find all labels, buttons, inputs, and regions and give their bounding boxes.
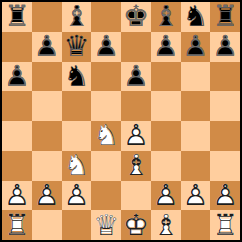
square-f2[interactable]: ♟♙ xyxy=(151,181,181,211)
square-b7[interactable]: ♟♙ xyxy=(32,32,62,62)
white-bishop-piece[interactable]: ♝♗ xyxy=(123,151,149,180)
square-d2[interactable] xyxy=(91,181,121,211)
white-pawn-piece[interactable]: ♟♙ xyxy=(34,181,60,210)
square-b1[interactable] xyxy=(32,210,62,240)
black-pawn-icon-detail: ♙ xyxy=(34,29,60,63)
square-a3[interactable] xyxy=(2,151,32,181)
square-e8[interactable]: ♚♔ xyxy=(121,2,151,32)
square-g5[interactable] xyxy=(181,91,211,121)
square-c3[interactable]: ♞♘ xyxy=(62,151,92,181)
square-b3[interactable] xyxy=(32,151,62,181)
black-pawn-icon-detail: ♙ xyxy=(4,59,30,93)
square-e7[interactable] xyxy=(121,32,151,62)
black-knight-icon-detail: ♘ xyxy=(63,59,89,93)
white-rook-piece[interactable]: ♜♖ xyxy=(212,211,238,240)
white-knight-piece[interactable]: ♞♘ xyxy=(63,151,89,180)
square-e6[interactable]: ♟♙ xyxy=(121,62,151,92)
chess-board-frame: ♜♖♝♗♚♔♝♗♞♘♜♖♟♙♛♕♟♙♟♙♟♙♟♙♟♙♞♘♟♙♞♘♟♙♞♘♝♗♟♙… xyxy=(0,0,242,242)
black-king-piece[interactable]: ♚♔ xyxy=(123,2,149,31)
chess-board: ♜♖♝♗♚♔♝♗♞♘♜♖♟♙♛♕♟♙♟♙♟♙♟♙♟♙♞♘♟♙♞♘♟♙♞♘♝♗♟♙… xyxy=(2,2,240,240)
black-pawn-icon-detail: ♙ xyxy=(93,29,119,63)
square-h7[interactable]: ♟♙ xyxy=(210,32,240,62)
square-c7[interactable]: ♛♕ xyxy=(62,32,92,62)
square-e5[interactable] xyxy=(121,91,151,121)
square-c6[interactable]: ♞♘ xyxy=(62,62,92,92)
square-a5[interactable] xyxy=(2,91,32,121)
white-bishop-piece[interactable]: ♝♗ xyxy=(153,211,179,240)
square-a2[interactable]: ♟♙ xyxy=(2,181,32,211)
white-queen-piece[interactable]: ♛♕ xyxy=(93,211,119,240)
square-d3[interactable] xyxy=(91,151,121,181)
square-g3[interactable] xyxy=(181,151,211,181)
square-g4[interactable] xyxy=(181,121,211,151)
black-pawn-piece[interactable]: ♟♙ xyxy=(153,32,179,61)
square-d8[interactable] xyxy=(91,2,121,32)
square-f3[interactable] xyxy=(151,151,181,181)
square-d1[interactable]: ♛♕ xyxy=(91,210,121,240)
square-h2[interactable]: ♟♙ xyxy=(210,181,240,211)
white-pawn-icon-detail: ♙ xyxy=(4,178,30,212)
white-pawn-piece[interactable]: ♟♙ xyxy=(212,181,238,210)
white-rook-piece[interactable]: ♜♖ xyxy=(4,211,30,240)
square-d6[interactable] xyxy=(91,62,121,92)
black-knight-piece[interactable]: ♞♘ xyxy=(63,62,89,91)
square-f1[interactable]: ♝♗ xyxy=(151,210,181,240)
square-h3[interactable] xyxy=(210,151,240,181)
black-pawn-piece[interactable]: ♟♙ xyxy=(212,32,238,61)
black-pawn-icon-detail: ♙ xyxy=(212,29,238,63)
white-pawn-piece[interactable]: ♟♙ xyxy=(182,181,208,210)
square-f8[interactable]: ♝♗ xyxy=(151,2,181,32)
square-a6[interactable]: ♟♙ xyxy=(2,62,32,92)
square-g8[interactable]: ♞♘ xyxy=(181,2,211,32)
square-c1[interactable] xyxy=(62,210,92,240)
square-a4[interactable] xyxy=(2,121,32,151)
square-c5[interactable] xyxy=(62,91,92,121)
white-knight-piece[interactable]: ♞♘ xyxy=(93,121,119,150)
square-c4[interactable] xyxy=(62,121,92,151)
square-b5[interactable] xyxy=(32,91,62,121)
black-pawn-piece[interactable]: ♟♙ xyxy=(34,32,60,61)
square-b4[interactable] xyxy=(32,121,62,151)
white-pawn-piece[interactable]: ♟♙ xyxy=(4,181,30,210)
black-rook-icon-detail: ♖ xyxy=(4,0,30,33)
black-rook-piece[interactable]: ♜♖ xyxy=(212,2,238,31)
white-queen-icon-detail: ♕ xyxy=(93,208,119,242)
square-d4[interactable]: ♞♘ xyxy=(91,121,121,151)
white-rook-icon-detail: ♖ xyxy=(212,208,238,242)
black-pawn-piece[interactable]: ♟♙ xyxy=(123,62,149,91)
white-pawn-piece[interactable]: ♟♙ xyxy=(63,181,89,210)
square-f4[interactable] xyxy=(151,121,181,151)
black-bishop-piece[interactable]: ♝♗ xyxy=(63,2,89,31)
square-e4[interactable]: ♟♙ xyxy=(121,121,151,151)
white-king-piece[interactable]: ♚♔ xyxy=(123,211,149,240)
white-pawn-piece[interactable]: ♟♙ xyxy=(123,121,149,150)
square-f7[interactable]: ♟♙ xyxy=(151,32,181,62)
square-g1[interactable] xyxy=(181,210,211,240)
white-pawn-icon-detail: ♙ xyxy=(182,178,208,212)
white-king-icon-detail: ♔ xyxy=(123,208,149,242)
white-pawn-icon-detail: ♙ xyxy=(153,178,179,212)
square-a8[interactable]: ♜♖ xyxy=(2,2,32,32)
square-a1[interactable]: ♜♖ xyxy=(2,210,32,240)
black-pawn-piece[interactable]: ♟♙ xyxy=(182,32,208,61)
square-e2[interactable] xyxy=(121,181,151,211)
square-e1[interactable]: ♚♔ xyxy=(121,210,151,240)
square-h5[interactable] xyxy=(210,91,240,121)
square-f5[interactable] xyxy=(151,91,181,121)
square-a7[interactable] xyxy=(2,32,32,62)
black-queen-piece[interactable]: ♛♕ xyxy=(63,32,89,61)
square-h1[interactable]: ♜♖ xyxy=(210,210,240,240)
square-g6[interactable] xyxy=(181,62,211,92)
black-pawn-icon-detail: ♙ xyxy=(123,59,149,93)
white-knight-icon-detail: ♘ xyxy=(93,118,119,152)
square-c8[interactable]: ♝♗ xyxy=(62,2,92,32)
black-pawn-piece[interactable]: ♟♙ xyxy=(4,62,30,91)
white-bishop-icon-detail: ♗ xyxy=(123,148,149,182)
square-c2[interactable]: ♟♙ xyxy=(62,181,92,211)
square-g2[interactable]: ♟♙ xyxy=(181,181,211,211)
white-bishop-icon-detail: ♗ xyxy=(153,208,179,242)
square-h6[interactable] xyxy=(210,62,240,92)
white-pawn-piece[interactable]: ♟♙ xyxy=(153,181,179,210)
square-h8[interactable]: ♜♖ xyxy=(210,2,240,32)
black-bishop-piece[interactable]: ♝♗ xyxy=(153,2,179,31)
square-b8[interactable] xyxy=(32,2,62,32)
square-h4[interactable] xyxy=(210,121,240,151)
square-f6[interactable] xyxy=(151,62,181,92)
white-rook-icon-detail: ♖ xyxy=(4,208,30,242)
black-rook-piece[interactable]: ♜♖ xyxy=(4,2,30,31)
square-e3[interactable]: ♝♗ xyxy=(121,151,151,181)
black-knight-piece[interactable]: ♞♘ xyxy=(182,2,208,31)
white-pawn-icon-detail: ♙ xyxy=(34,178,60,212)
square-d5[interactable] xyxy=(91,91,121,121)
black-pawn-piece[interactable]: ♟♙ xyxy=(93,32,119,61)
white-pawn-icon-detail: ♙ xyxy=(63,178,89,212)
square-g7[interactable]: ♟♙ xyxy=(181,32,211,62)
square-b6[interactable] xyxy=(32,62,62,92)
black-pawn-icon-detail: ♙ xyxy=(182,29,208,63)
square-b2[interactable]: ♟♙ xyxy=(32,181,62,211)
white-pawn-icon-detail: ♙ xyxy=(212,178,238,212)
black-king-icon-detail: ♔ xyxy=(123,0,149,33)
black-pawn-icon-detail: ♙ xyxy=(153,29,179,63)
square-d7[interactable]: ♟♙ xyxy=(91,32,121,62)
